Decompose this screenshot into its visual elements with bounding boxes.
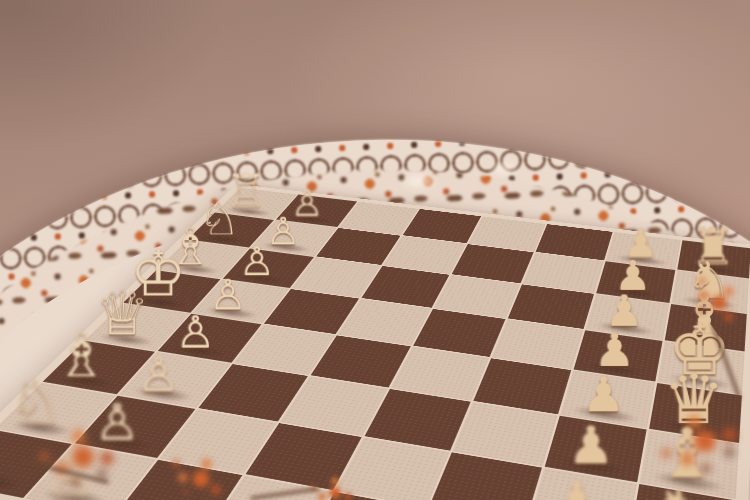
piece-white-rook: ♖ [0, 419, 15, 488]
board-perspective-wrapper: ♖♙♟♜♘♙♟♞♗♙♟♝♔♙♟♚♕♙♟♛♗♙♟♝♘♙♟♞♖♙♟♜ [70, 10, 734, 500]
piece-white-pawn: ♙ [138, 351, 180, 398]
piece-black-pawn: ♟ [568, 419, 615, 471]
piece-white-knight: ♘ [9, 372, 63, 433]
photo-of-chess-set: ♖♙♟♜♘♙♟♞♗♙♟♝♔♙♟♚♕♙♟♛♗♙♟♝♘♙♟♞♖♙♟♜ [0, 0, 750, 500]
square-g6 [523, 253, 604, 293]
chessboard: ♖♙♟♜♘♙♟♞♗♙♟♝♔♙♟♚♕♙♟♛♗♙♟♝♘♙♟♞♖♙♟♜ [0, 184, 750, 500]
piece-black-knight: ♞ [649, 480, 712, 500]
flower-inlay-icon [329, 487, 341, 499]
square-d6 [474, 358, 571, 414]
piece-black-pawn: ♟ [552, 475, 602, 500]
piece-white-pawn: ♙ [95, 397, 140, 447]
piece-white-pawn: ♙ [176, 310, 216, 355]
piece-black-pawn: ♟ [581, 370, 625, 419]
